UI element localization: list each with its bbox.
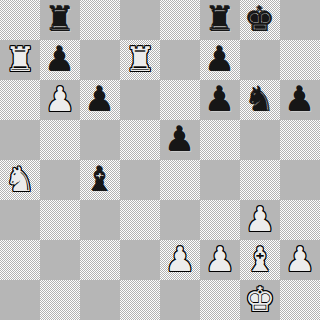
black-pawn-h6[interactable]: ♟ <box>285 80 315 119</box>
square-f2[interactable]: ♟ <box>200 240 240 280</box>
square-d2[interactable] <box>120 240 160 280</box>
square-f7[interactable]: ♟ <box>200 40 240 80</box>
chess-board: ♜♜♚♜♟♜♟♟♟♟♞♟♟♞♝♟♟♟♝♟♚ <box>0 0 320 320</box>
square-f6[interactable]: ♟ <box>200 80 240 120</box>
square-a2[interactable] <box>0 240 40 280</box>
square-c5[interactable] <box>80 120 120 160</box>
square-b3[interactable] <box>40 200 80 240</box>
square-c1[interactable] <box>80 280 120 320</box>
square-b1[interactable] <box>40 280 80 320</box>
square-h7[interactable] <box>280 40 320 80</box>
black-rook-b8[interactable]: ♜ <box>45 0 75 39</box>
square-f1[interactable] <box>200 280 240 320</box>
square-e2[interactable]: ♟ <box>160 240 200 280</box>
square-c2[interactable] <box>80 240 120 280</box>
square-b7[interactable]: ♟ <box>40 40 80 80</box>
square-b6[interactable]: ♟ <box>40 80 80 120</box>
square-h8[interactable] <box>280 0 320 40</box>
square-d3[interactable] <box>120 200 160 240</box>
white-rook-d7[interactable]: ♜ <box>125 40 155 79</box>
square-g4[interactable] <box>240 160 280 200</box>
square-a6[interactable] <box>0 80 40 120</box>
square-b8[interactable]: ♜ <box>40 0 80 40</box>
white-bishop-g2[interactable]: ♝ <box>245 240 275 279</box>
white-pawn-b6[interactable]: ♟ <box>45 80 75 119</box>
square-a3[interactable] <box>0 200 40 240</box>
square-a4[interactable]: ♞ <box>0 160 40 200</box>
square-h6[interactable]: ♟ <box>280 80 320 120</box>
square-a1[interactable] <box>0 280 40 320</box>
white-pawn-f2[interactable]: ♟ <box>205 240 235 279</box>
square-g8[interactable]: ♚ <box>240 0 280 40</box>
square-b5[interactable] <box>40 120 80 160</box>
square-a7[interactable]: ♜ <box>0 40 40 80</box>
black-pawn-b7[interactable]: ♟ <box>45 40 75 79</box>
square-c7[interactable] <box>80 40 120 80</box>
black-rook-f8[interactable]: ♜ <box>205 0 235 39</box>
square-e1[interactable] <box>160 280 200 320</box>
black-pawn-e5[interactable]: ♟ <box>165 120 195 159</box>
square-g2[interactable]: ♝ <box>240 240 280 280</box>
square-e6[interactable] <box>160 80 200 120</box>
square-d5[interactable] <box>120 120 160 160</box>
square-e5[interactable]: ♟ <box>160 120 200 160</box>
square-e4[interactable] <box>160 160 200 200</box>
square-g5[interactable] <box>240 120 280 160</box>
square-e3[interactable] <box>160 200 200 240</box>
square-d7[interactable]: ♜ <box>120 40 160 80</box>
square-c6[interactable]: ♟ <box>80 80 120 120</box>
white-pawn-g3[interactable]: ♟ <box>245 200 275 239</box>
square-g3[interactable]: ♟ <box>240 200 280 240</box>
black-pawn-f7[interactable]: ♟ <box>205 40 235 79</box>
square-c8[interactable] <box>80 0 120 40</box>
square-d4[interactable] <box>120 160 160 200</box>
white-knight-a4[interactable]: ♞ <box>5 160 35 199</box>
black-bishop-c4[interactable]: ♝ <box>85 160 115 199</box>
white-rook-a7[interactable]: ♜ <box>5 40 35 79</box>
square-d6[interactable] <box>120 80 160 120</box>
square-h3[interactable] <box>280 200 320 240</box>
black-pawn-f6[interactable]: ♟ <box>205 80 235 119</box>
black-pawn-c6[interactable]: ♟ <box>85 80 115 119</box>
square-f4[interactable] <box>200 160 240 200</box>
square-h4[interactable] <box>280 160 320 200</box>
square-d8[interactable] <box>120 0 160 40</box>
square-f5[interactable] <box>200 120 240 160</box>
square-c4[interactable]: ♝ <box>80 160 120 200</box>
white-king-g1[interactable]: ♚ <box>245 280 275 319</box>
square-d1[interactable] <box>120 280 160 320</box>
square-g6[interactable]: ♞ <box>240 80 280 120</box>
square-e7[interactable] <box>160 40 200 80</box>
square-b2[interactable] <box>40 240 80 280</box>
square-h5[interactable] <box>280 120 320 160</box>
square-h2[interactable]: ♟ <box>280 240 320 280</box>
square-h1[interactable] <box>280 280 320 320</box>
black-king-g8[interactable]: ♚ <box>245 0 275 39</box>
square-f8[interactable]: ♜ <box>200 0 240 40</box>
square-f3[interactable] <box>200 200 240 240</box>
square-b4[interactable] <box>40 160 80 200</box>
black-knight-g6[interactable]: ♞ <box>245 80 275 119</box>
square-g7[interactable] <box>240 40 280 80</box>
square-a5[interactable] <box>0 120 40 160</box>
square-e8[interactable] <box>160 0 200 40</box>
white-pawn-e2[interactable]: ♟ <box>165 240 195 279</box>
square-g1[interactable]: ♚ <box>240 280 280 320</box>
white-pawn-h2[interactable]: ♟ <box>285 240 315 279</box>
square-c3[interactable] <box>80 200 120 240</box>
square-a8[interactable] <box>0 0 40 40</box>
